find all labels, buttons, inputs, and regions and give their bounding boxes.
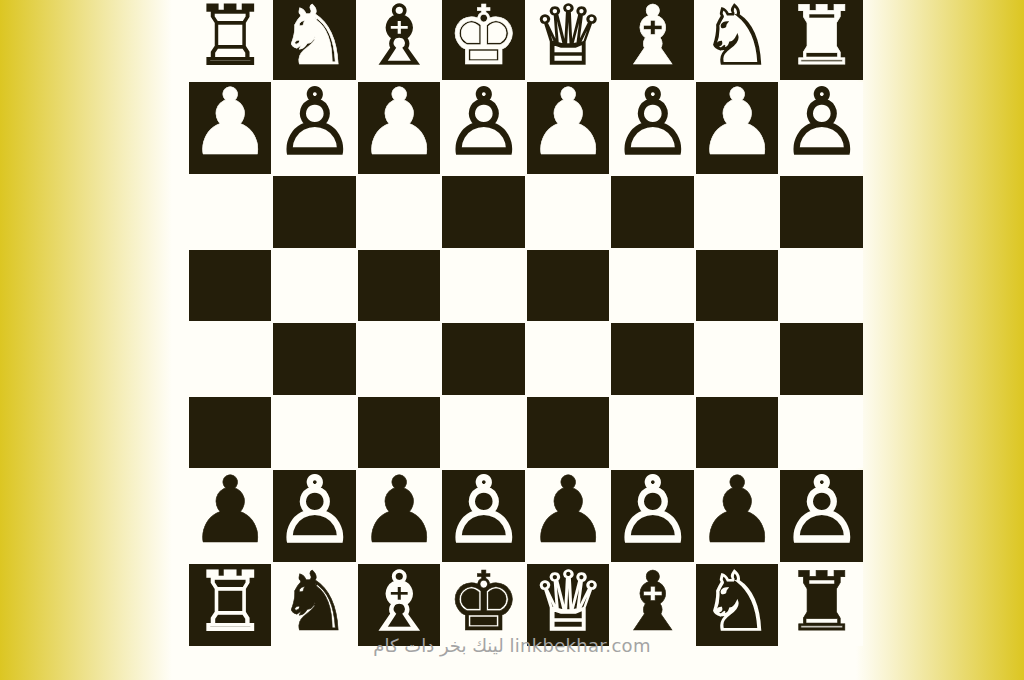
square-g7: ♟ (696, 82, 778, 174)
dark-queen-outline: ♕ (531, 0, 605, 77)
square-c4 (358, 323, 440, 395)
square-a6 (189, 176, 271, 248)
white-knight-solid: ♞ (278, 0, 352, 77)
white-pawn-solid: ♟ (189, 77, 271, 169)
square-e6 (527, 176, 609, 248)
square-h1: ♜ (780, 564, 862, 646)
square-d1: ♚ (442, 564, 524, 646)
white-pawn-solid: ♟ (358, 77, 440, 169)
square-b5 (273, 250, 355, 322)
square-b8: ♞ (273, 0, 355, 80)
dark-rook-outline: ♖ (193, 0, 267, 77)
dark-pawn-solid: ♟ (358, 465, 440, 557)
square-c5 (358, 250, 440, 322)
square-a1: ♖ (189, 564, 271, 646)
dark-pawn-solid: ♟ (189, 465, 271, 557)
square-f8: ♝ (611, 0, 693, 80)
square-h6 (780, 176, 862, 248)
square-c8: ♗ (358, 0, 440, 80)
dark-pawn-outline: ♙ (442, 77, 524, 169)
dark-rook-solid: ♜ (785, 561, 859, 643)
dark-pawn-solid: ♟ (527, 465, 609, 557)
square-g4 (696, 323, 778, 395)
square-b6 (273, 176, 355, 248)
dark-pawn-outline: ♙ (780, 77, 862, 169)
square-e7: ♟ (527, 82, 609, 174)
square-e2: ♟ (527, 470, 609, 562)
square-f1: ♝ (611, 564, 693, 646)
square-f7: ♙ (611, 82, 693, 174)
square-h8: ♜ (780, 0, 862, 80)
square-h7: ♙ (780, 82, 862, 174)
square-d4 (442, 323, 524, 395)
square-d6 (442, 176, 524, 248)
dark-pawn-outline: ♙ (611, 77, 693, 169)
dark-king-solid: ♚ (447, 561, 521, 643)
square-f4 (611, 323, 693, 395)
square-a2: ♟ (189, 470, 271, 562)
dark-knight-outline: ♘ (700, 0, 774, 77)
white-bishop-solid: ♝ (616, 0, 690, 77)
square-h4 (780, 323, 862, 395)
square-c2: ♟ (358, 470, 440, 562)
chess-board: ♖♞♗♚♕♝♘♜♟♙♟♙♟♙♟♙♟♙♟♙♟♙♟♙♖♞♗♚♕♝♘♜ (189, 0, 835, 646)
white-pawn-outline: ♙ (273, 465, 355, 557)
square-c6 (358, 176, 440, 248)
square-e1: ♕ (527, 564, 609, 646)
white-rook-solid: ♜ (785, 0, 859, 77)
dark-pawn-solid: ♟ (696, 465, 778, 557)
square-h5 (780, 250, 862, 322)
left-yellow-gradient (0, 0, 172, 680)
white-pawn-outline: ♙ (611, 465, 693, 557)
square-a7: ♟ (189, 82, 271, 174)
square-a8: ♖ (189, 0, 271, 80)
white-rook-outline: ♖ (193, 561, 267, 643)
white-knight-outline: ♘ (700, 561, 774, 643)
square-f5 (611, 250, 693, 322)
square-c7: ♟ (358, 82, 440, 174)
square-d7: ♙ (442, 82, 524, 174)
square-g8: ♘ (696, 0, 778, 80)
square-a5 (189, 250, 271, 322)
white-pawn-outline: ♙ (780, 465, 862, 557)
square-b2: ♙ (273, 470, 355, 562)
right-yellow-gradient (856, 0, 1024, 680)
dark-knight-solid: ♞ (278, 561, 352, 643)
square-b4 (273, 323, 355, 395)
square-f2: ♙ (611, 470, 693, 562)
square-c1: ♗ (358, 564, 440, 646)
dark-pawn-outline: ♙ (273, 77, 355, 169)
dark-bishop-outline: ♗ (362, 0, 436, 77)
square-b7: ♙ (273, 82, 355, 174)
dark-bishop-solid: ♝ (616, 561, 690, 643)
white-bishop-outline: ♗ (362, 561, 436, 643)
square-d2: ♙ (442, 470, 524, 562)
square-a4 (189, 323, 271, 395)
white-pawn-solid: ♟ (696, 77, 778, 169)
square-e4 (527, 323, 609, 395)
square-g6 (696, 176, 778, 248)
square-d5 (442, 250, 524, 322)
white-king-solid: ♚ (447, 0, 521, 77)
square-g2: ♟ (696, 470, 778, 562)
square-b1: ♞ (273, 564, 355, 646)
white-pawn-outline: ♙ (442, 465, 524, 557)
white-pawn-solid: ♟ (527, 77, 609, 169)
square-f6 (611, 176, 693, 248)
square-g5 (696, 250, 778, 322)
white-queen-outline: ♕ (531, 561, 605, 643)
square-h2: ♙ (780, 470, 862, 562)
square-e8: ♕ (527, 0, 609, 80)
square-g1: ♘ (696, 564, 778, 646)
square-d8: ♚ (442, 0, 524, 80)
watermark-text: لينك بخر دات كام linkbekhar.com (373, 635, 650, 656)
square-e5 (527, 250, 609, 322)
